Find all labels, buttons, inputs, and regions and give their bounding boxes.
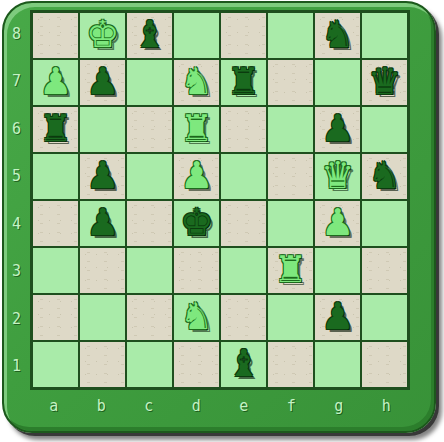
square-b3[interactable]	[80, 248, 125, 293]
square-c2[interactable]	[127, 295, 172, 340]
square-e5[interactable]	[221, 154, 266, 199]
rank-label-2: 2	[3, 295, 30, 343]
square-c3[interactable]	[127, 248, 172, 293]
file-labels: abcdefgh	[30, 392, 410, 420]
square-g3[interactable]	[315, 248, 360, 293]
square-g1[interactable]	[315, 342, 360, 387]
piece-black-pawn[interactable]: ♟	[321, 110, 354, 147]
chess-board[interactable]: ♚♝♞♟♟♞♜♛♜♜♟♟♟♛♞♟♚♟♜♞♟♝	[30, 10, 410, 390]
square-e3[interactable]	[221, 248, 266, 293]
square-a2[interactable]	[33, 295, 78, 340]
square-d2[interactable]: ♞	[174, 295, 219, 340]
rank-label-8: 8	[3, 10, 30, 58]
file-label-a: a	[30, 392, 78, 420]
rank-label-7: 7	[3, 58, 30, 106]
file-label-d: d	[173, 392, 221, 420]
square-d3[interactable]	[174, 248, 219, 293]
square-b2[interactable]	[80, 295, 125, 340]
square-f2[interactable]	[268, 295, 313, 340]
piece-white-rook[interactable]: ♜	[274, 251, 307, 288]
rank-label-1: 1	[3, 343, 30, 391]
piece-white-pawn[interactable]: ♟	[180, 157, 213, 194]
square-g6[interactable]: ♟	[315, 107, 360, 152]
file-label-b: b	[78, 392, 126, 420]
square-c4[interactable]	[127, 201, 172, 246]
square-h4[interactable]	[362, 201, 407, 246]
file-label-g: g	[315, 392, 363, 420]
piece-black-knight[interactable]: ♞	[368, 157, 401, 194]
square-e6[interactable]	[221, 107, 266, 152]
piece-black-rook[interactable]: ♜	[39, 110, 72, 147]
square-b5[interactable]: ♟	[80, 154, 125, 199]
piece-black-pawn[interactable]: ♟	[86, 157, 119, 194]
square-c8[interactable]: ♝	[127, 13, 172, 58]
square-d5[interactable]: ♟	[174, 154, 219, 199]
file-label-f: f	[268, 392, 316, 420]
file-label-h: h	[363, 392, 411, 420]
square-f3[interactable]: ♜	[268, 248, 313, 293]
piece-white-pawn[interactable]: ♟	[39, 63, 72, 100]
file-label-c: c	[125, 392, 173, 420]
square-g2[interactable]: ♟	[315, 295, 360, 340]
rank-label-6: 6	[3, 105, 30, 153]
piece-black-bishop[interactable]: ♝	[227, 345, 260, 382]
square-b1[interactable]	[80, 342, 125, 387]
square-g5[interactable]: ♛	[315, 154, 360, 199]
rank-labels: 87654321	[3, 10, 30, 390]
piece-black-pawn[interactable]: ♟	[86, 204, 119, 241]
piece-white-pawn[interactable]: ♟	[321, 204, 354, 241]
square-h5[interactable]: ♞	[362, 154, 407, 199]
piece-white-queen[interactable]: ♛	[321, 157, 354, 194]
square-g7[interactable]	[315, 60, 360, 105]
piece-black-knight[interactable]: ♞	[321, 16, 354, 53]
square-d6[interactable]: ♜	[174, 107, 219, 152]
square-a8[interactable]	[33, 13, 78, 58]
square-h6[interactable]	[362, 107, 407, 152]
square-f5[interactable]	[268, 154, 313, 199]
square-a6[interactable]: ♜	[33, 107, 78, 152]
square-e8[interactable]	[221, 13, 266, 58]
square-e7[interactable]: ♜	[221, 60, 266, 105]
square-h1[interactable]	[362, 342, 407, 387]
square-f6[interactable]	[268, 107, 313, 152]
square-d7[interactable]: ♞	[174, 60, 219, 105]
square-c1[interactable]	[127, 342, 172, 387]
square-g8[interactable]: ♞	[315, 13, 360, 58]
chess-app-window: 87654321 ♚♝♞♟♟♞♜♛♜♜♟♟♟♛♞♟♚♟♜♞♟♝ abcdefgh	[0, 0, 444, 442]
square-h8[interactable]	[362, 13, 407, 58]
square-c5[interactable]	[127, 154, 172, 199]
rank-label-4: 4	[3, 200, 30, 248]
piece-black-pawn[interactable]: ♟	[86, 63, 119, 100]
piece-black-queen[interactable]: ♛	[368, 63, 401, 100]
square-g4[interactable]: ♟	[315, 201, 360, 246]
square-b4[interactable]: ♟	[80, 201, 125, 246]
square-h3[interactable]	[362, 248, 407, 293]
square-a4[interactable]	[33, 201, 78, 246]
piece-white-knight[interactable]: ♞	[180, 63, 213, 100]
square-a1[interactable]	[33, 342, 78, 387]
piece-black-rook[interactable]: ♜	[227, 63, 260, 100]
square-h2[interactable]	[362, 295, 407, 340]
square-a5[interactable]	[33, 154, 78, 199]
square-b6[interactable]	[80, 107, 125, 152]
square-a3[interactable]	[33, 248, 78, 293]
piece-white-rook[interactable]: ♜	[180, 110, 213, 147]
square-e1[interactable]: ♝	[221, 342, 266, 387]
square-f8[interactable]	[268, 13, 313, 58]
piece-black-king[interactable]: ♚	[180, 204, 213, 241]
square-h7[interactable]: ♛	[362, 60, 407, 105]
square-b8[interactable]: ♚	[80, 13, 125, 58]
square-f1[interactable]	[268, 342, 313, 387]
square-c7[interactable]	[127, 60, 172, 105]
rank-label-5: 5	[3, 153, 30, 201]
square-e2[interactable]	[221, 295, 266, 340]
square-f7[interactable]	[268, 60, 313, 105]
square-d4[interactable]: ♚	[174, 201, 219, 246]
piece-black-bishop[interactable]: ♝	[133, 16, 166, 53]
piece-white-king[interactable]: ♚	[86, 16, 119, 53]
file-label-e: e	[220, 392, 268, 420]
square-e4[interactable]	[221, 201, 266, 246]
rank-label-3: 3	[3, 248, 30, 296]
square-d1[interactable]	[174, 342, 219, 387]
square-b7[interactable]: ♟	[80, 60, 125, 105]
square-f4[interactable]	[268, 201, 313, 246]
piece-black-pawn[interactable]: ♟	[321, 298, 354, 335]
square-a7[interactable]: ♟	[33, 60, 78, 105]
square-c6[interactable]	[127, 107, 172, 152]
square-d8[interactable]	[174, 13, 219, 58]
piece-white-knight[interactable]: ♞	[180, 298, 213, 335]
